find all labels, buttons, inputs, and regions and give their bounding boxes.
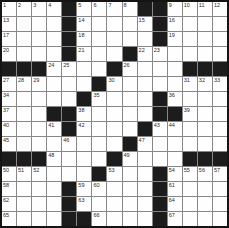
cell-r10c3[interactable]: 48	[47, 152, 61, 166]
black-cell-r0c10	[153, 2, 167, 16]
clue-number: 42	[78, 122, 84, 128]
clue-number: 50	[3, 167, 9, 173]
cell-r4c6[interactable]	[92, 62, 106, 76]
clue-number: 43	[154, 122, 160, 128]
cell-r12c13[interactable]	[198, 182, 212, 196]
black-cell-r10c13	[198, 152, 212, 166]
cell-r3c0[interactable]: 20	[2, 47, 16, 61]
cell-r9c13[interactable]	[198, 137, 212, 151]
black-cell-r10c12	[183, 152, 197, 166]
cell-r13c3[interactable]	[47, 197, 61, 211]
cell-r7c2[interactable]	[32, 107, 46, 121]
cell-r5c5[interactable]	[77, 77, 91, 91]
cell-r0c14[interactable]: 12	[213, 2, 227, 16]
clue-number: 27	[3, 77, 9, 83]
cell-r6c0[interactable]: 34	[2, 92, 16, 106]
cell-r0c6[interactable]: 6	[92, 2, 106, 16]
cell-r0c11[interactable]: 9	[168, 2, 182, 16]
clue-number: 29	[33, 77, 39, 83]
cell-r1c14[interactable]	[213, 17, 227, 31]
cell-r10c8[interactable]: 49	[123, 152, 137, 166]
clue-number: 40	[3, 122, 9, 128]
cell-r3c13[interactable]	[198, 47, 212, 61]
clue-number: 67	[169, 212, 175, 218]
cell-r0c5[interactable]: 5	[77, 2, 91, 16]
cell-r12c7[interactable]	[107, 182, 121, 196]
cell-r4c4[interactable]: 25	[62, 62, 76, 76]
cell-r9c11[interactable]	[168, 137, 182, 151]
clue-number: 56	[199, 167, 205, 173]
cell-r3c10[interactable]: 23	[153, 47, 167, 61]
clue-number: 38	[78, 107, 84, 113]
clue-number: 36	[169, 92, 175, 98]
cell-r0c13[interactable]: 11	[198, 2, 212, 16]
black-cell-r7c3	[47, 107, 61, 121]
black-cell-r13c4	[62, 197, 76, 211]
clue-number: 44	[169, 122, 175, 128]
cell-r2c0[interactable]: 17	[2, 32, 16, 46]
cell-r8c5[interactable]: 42	[77, 122, 91, 136]
cell-r3c6[interactable]	[92, 47, 106, 61]
cell-r9c4[interactable]: 46	[62, 137, 76, 151]
cell-r12c0[interactable]: 58	[2, 182, 16, 196]
cell-r14c0[interactable]: 65	[2, 212, 16, 226]
black-cell-r7c4	[62, 107, 76, 121]
cell-r7c5[interactable]: 38	[77, 107, 91, 121]
cell-r6c8[interactable]	[123, 92, 137, 106]
black-cell-r10c14	[213, 152, 227, 166]
cell-r3c1[interactable]	[17, 47, 31, 61]
cell-r14c6[interactable]: 66	[92, 212, 106, 226]
black-cell-r4c7	[107, 62, 121, 76]
cell-r8c2[interactable]	[32, 122, 46, 136]
cell-r14c9[interactable]	[138, 212, 152, 226]
cell-r6c4[interactable]	[62, 92, 76, 106]
cell-r2c1[interactable]	[17, 32, 31, 46]
clue-number: 24	[48, 62, 54, 68]
cell-r9c2[interactable]	[32, 137, 46, 151]
clue-number: 47	[139, 137, 145, 143]
cell-r13c7[interactable]	[107, 197, 121, 211]
cell-r11c14[interactable]: 57	[213, 167, 227, 181]
cell-r13c6[interactable]	[92, 197, 106, 211]
cell-r5c3[interactable]	[47, 77, 61, 91]
black-cell-r14c4	[62, 212, 76, 226]
cell-r14c14[interactable]	[213, 212, 227, 226]
clue-number: 51	[18, 167, 24, 173]
black-cell-r7c10	[153, 107, 167, 121]
cell-r0c7[interactable]: 7	[107, 2, 121, 16]
cell-r0c12[interactable]: 10	[183, 2, 197, 16]
black-cell-r2c4	[62, 32, 76, 46]
black-cell-r12c10	[153, 182, 167, 196]
clue-number: 41	[48, 122, 54, 128]
cell-r13c13[interactable]	[198, 197, 212, 211]
cell-r5c1[interactable]: 28	[17, 77, 31, 91]
black-cell-r6c5	[77, 92, 91, 106]
cell-r8c6[interactable]	[92, 122, 106, 136]
cell-r1c2[interactable]	[32, 17, 46, 31]
clue-number: 49	[124, 152, 130, 158]
cell-r2c7[interactable]	[107, 32, 121, 46]
clue-number: 46	[63, 137, 69, 143]
cell-r6c2[interactable]	[32, 92, 46, 106]
clue-number: 12	[214, 2, 220, 8]
cell-r1c1[interactable]	[17, 17, 31, 31]
clue-number: 31	[184, 77, 190, 83]
cell-r5c10[interactable]	[153, 77, 167, 91]
cell-r8c0[interactable]: 40	[2, 122, 16, 136]
cell-r0c2[interactable]: 3	[32, 2, 46, 16]
clue-number: 23	[154, 47, 160, 53]
clue-number: 28	[18, 77, 24, 83]
black-cell-r10c2	[32, 152, 46, 166]
cell-r6c6[interactable]: 35	[92, 92, 106, 106]
clue-number: 11	[199, 2, 205, 8]
black-cell-r0c9	[138, 2, 152, 16]
clue-number: 34	[3, 92, 9, 98]
cell-r8c12[interactable]	[183, 122, 197, 136]
cell-r5c13[interactable]: 32	[198, 77, 212, 91]
cell-r3c9[interactable]: 22	[138, 47, 152, 61]
cell-r2c5[interactable]: 18	[77, 32, 91, 46]
black-cell-r8c4	[62, 122, 76, 136]
clue-number: 2	[18, 2, 21, 8]
cell-r5c9[interactable]	[138, 77, 152, 91]
cell-r6c7[interactable]	[107, 92, 121, 106]
clue-number: 13	[3, 17, 9, 23]
cell-r11c5[interactable]	[77, 167, 91, 181]
cell-r8c13[interactable]	[198, 122, 212, 136]
black-cell-r4c1	[17, 62, 31, 76]
cell-r6c9[interactable]	[138, 92, 152, 106]
cell-r9c3[interactable]	[47, 137, 61, 151]
clue-number: 55	[184, 167, 190, 173]
cell-r2c9[interactable]	[138, 32, 152, 46]
clue-number: 8	[124, 2, 127, 8]
clue-number: 64	[169, 197, 175, 203]
clue-number: 60	[93, 182, 99, 188]
clue-number: 20	[3, 47, 9, 53]
cell-r1c8[interactable]	[123, 17, 137, 31]
cell-r14c3[interactable]	[47, 212, 61, 226]
cell-r13c1[interactable]	[17, 197, 31, 211]
cell-r5c2[interactable]: 29	[32, 77, 46, 91]
cell-r2c2[interactable]	[32, 32, 46, 46]
black-cell-r11c6	[92, 167, 106, 181]
cell-r5c12[interactable]: 31	[183, 77, 197, 91]
cell-r2c3[interactable]	[47, 32, 61, 46]
cell-r12c11[interactable]: 61	[168, 182, 182, 196]
cell-r13c5[interactable]: 63	[77, 197, 91, 211]
cell-r7c9[interactable]	[138, 107, 152, 121]
cell-r13c12[interactable]	[183, 197, 197, 211]
cell-r3c3[interactable]	[47, 47, 61, 61]
cell-r11c4[interactable]	[62, 167, 76, 181]
clue-number: 17	[3, 32, 9, 38]
cell-r0c1[interactable]: 2	[17, 2, 31, 16]
clue-number: 10	[184, 2, 190, 8]
clue-number: 19	[169, 32, 175, 38]
cell-r11c0[interactable]: 50	[2, 167, 16, 181]
clue-number: 57	[214, 167, 220, 173]
black-cell-r13c10	[153, 197, 167, 211]
black-cell-r3c4	[62, 47, 76, 61]
cell-r10c11[interactable]	[168, 152, 182, 166]
cell-r9c1[interactable]	[17, 137, 31, 151]
clue-number: 15	[139, 17, 145, 23]
black-cell-r10c0	[2, 152, 16, 166]
cell-r6c11[interactable]: 36	[168, 92, 182, 106]
cell-r13c2[interactable]	[32, 197, 46, 211]
clue-number: 54	[169, 167, 175, 173]
black-cell-r2c10	[153, 32, 167, 46]
cell-r8c10[interactable]: 43	[153, 122, 167, 136]
cell-r14c1[interactable]	[17, 212, 31, 226]
cell-r11c13[interactable]: 56	[198, 167, 212, 181]
clue-number: 5	[78, 2, 81, 8]
cell-r6c14[interactable]	[213, 92, 227, 106]
black-cell-r1c4	[62, 17, 76, 31]
cell-r11c12[interactable]: 55	[183, 167, 197, 181]
cell-r12c5[interactable]: 59	[77, 182, 91, 196]
clue-number: 52	[33, 167, 39, 173]
cell-r12c14[interactable]	[213, 182, 227, 196]
black-cell-r4c0	[2, 62, 16, 76]
cell-r10c4[interactable]	[62, 152, 76, 166]
clue-number: 35	[93, 92, 99, 98]
cell-r13c14[interactable]	[213, 197, 227, 211]
clue-number: 25	[63, 62, 69, 68]
cell-r2c13[interactable]	[198, 32, 212, 46]
cell-r2c8[interactable]	[123, 32, 137, 46]
cell-r1c6[interactable]	[92, 17, 106, 31]
cell-r6c13[interactable]	[198, 92, 212, 106]
cell-r9c5[interactable]	[77, 137, 91, 151]
cell-r4c5[interactable]	[77, 62, 91, 76]
clue-number: 26	[124, 62, 130, 68]
clue-number: 30	[108, 77, 114, 83]
black-cell-r11c10	[153, 167, 167, 181]
crossword-board: 1234567891011121314151617181920212223242…	[0, 0, 229, 228]
cell-r12c8[interactable]	[123, 182, 137, 196]
cell-r3c11[interactable]	[168, 47, 182, 61]
cell-r11c8[interactable]	[123, 167, 137, 181]
cell-r12c2[interactable]	[32, 182, 46, 196]
cell-r8c3[interactable]: 41	[47, 122, 61, 136]
cell-r9c0[interactable]: 45	[2, 137, 16, 151]
cell-r4c3[interactable]: 24	[47, 62, 61, 76]
cell-r11c3[interactable]	[47, 167, 61, 181]
cell-r12c6[interactable]: 60	[92, 182, 106, 196]
cell-r10c10[interactable]	[153, 152, 167, 166]
cell-r1c11[interactable]: 16	[168, 17, 182, 31]
clue-number: 63	[78, 197, 84, 203]
cell-r6c12[interactable]	[183, 92, 197, 106]
cell-r14c8[interactable]	[123, 212, 137, 226]
cell-r12c3[interactable]	[47, 182, 61, 196]
clue-number: 48	[48, 152, 54, 158]
cell-r11c9[interactable]	[138, 167, 152, 181]
clue-number: 3	[33, 2, 36, 8]
cell-r9c9[interactable]: 47	[138, 137, 152, 151]
cell-r5c14[interactable]: 33	[213, 77, 227, 91]
cell-r1c7[interactable]	[107, 17, 121, 31]
cell-r13c9[interactable]	[138, 197, 152, 211]
black-cell-r7c11	[168, 107, 182, 121]
cell-r6c3[interactable]	[47, 92, 61, 106]
cell-r3c2[interactable]	[32, 47, 46, 61]
cell-r8c14[interactable]	[213, 122, 227, 136]
cell-r12c9[interactable]	[138, 182, 152, 196]
cell-r4c9[interactable]	[138, 62, 152, 76]
cell-r0c8[interactable]: 8	[123, 2, 137, 16]
black-cell-r1c10	[153, 17, 167, 31]
cell-r14c12[interactable]	[183, 212, 197, 226]
clue-number: 32	[199, 77, 205, 83]
clue-number: 58	[3, 182, 9, 188]
clue-number: 65	[3, 212, 9, 218]
cell-r1c13[interactable]	[198, 17, 212, 31]
cell-r0c3[interactable]: 4	[47, 2, 61, 16]
clue-number: 9	[169, 2, 172, 8]
cell-r2c6[interactable]	[92, 32, 106, 46]
clue-number: 39	[184, 107, 190, 113]
cell-r1c3[interactable]	[47, 17, 61, 31]
cell-r13c0[interactable]: 62	[2, 197, 16, 211]
cell-r2c14[interactable]	[213, 32, 227, 46]
cell-r13c8[interactable]	[123, 197, 137, 211]
cell-r9c14[interactable]	[213, 137, 227, 151]
clue-number: 21	[78, 47, 84, 53]
clue-number: 53	[108, 167, 114, 173]
black-cell-r14c5	[77, 212, 91, 226]
cell-r4c10[interactable]	[153, 62, 167, 76]
cell-r14c7[interactable]	[107, 212, 121, 226]
cell-r10c5[interactable]	[77, 152, 91, 166]
cell-r5c11[interactable]	[168, 77, 182, 91]
cell-r10c6[interactable]	[92, 152, 106, 166]
cell-r5c8[interactable]	[123, 77, 137, 91]
clue-number: 18	[78, 32, 84, 38]
cell-r9c7[interactable]	[107, 137, 121, 151]
cell-r14c11[interactable]: 67	[168, 212, 182, 226]
cell-r4c11[interactable]	[168, 62, 182, 76]
cell-r9c10[interactable]	[153, 137, 167, 151]
cell-r7c13[interactable]	[198, 107, 212, 121]
cell-r5c4[interactable]	[62, 77, 76, 91]
cell-r8c7[interactable]	[107, 122, 121, 136]
cell-r4c8[interactable]: 26	[123, 62, 137, 76]
clue-number: 59	[78, 182, 84, 188]
black-cell-r14c10	[153, 212, 167, 226]
black-cell-r5c6	[92, 77, 106, 91]
clue-number: 33	[214, 77, 220, 83]
black-cell-r12c4	[62, 182, 76, 196]
cell-r7c6[interactable]	[92, 107, 106, 121]
black-cell-r6c10	[153, 92, 167, 106]
black-cell-r0c4	[62, 2, 76, 16]
cell-r11c11[interactable]: 54	[168, 167, 182, 181]
cell-r11c7[interactable]: 53	[107, 167, 121, 181]
clue-number: 14	[78, 17, 84, 23]
black-cell-r10c1	[17, 152, 31, 166]
cell-r8c1[interactable]	[17, 122, 31, 136]
cell-r10c9[interactable]	[138, 152, 152, 166]
cell-r1c9[interactable]: 15	[138, 17, 152, 31]
cell-r7c7[interactable]	[107, 107, 121, 121]
cell-r7c1[interactable]	[17, 107, 31, 121]
clue-number: 37	[3, 107, 9, 113]
black-cell-r4c13	[198, 62, 212, 76]
cell-r3c14[interactable]	[213, 47, 227, 61]
cell-r0c0[interactable]: 1	[2, 2, 16, 16]
cell-r1c5[interactable]: 14	[77, 17, 91, 31]
cell-r7c12[interactable]: 39	[183, 107, 197, 121]
cell-r7c8[interactable]	[123, 107, 137, 121]
clue-number: 22	[139, 47, 145, 53]
clue-number: 7	[108, 2, 111, 8]
clue-number: 1	[3, 2, 6, 8]
clue-number: 6	[93, 2, 96, 8]
cell-r12c12[interactable]	[183, 182, 197, 196]
clue-number: 4	[48, 2, 51, 8]
cell-r8c11[interactable]: 44	[168, 122, 182, 136]
cell-r14c13[interactable]	[198, 212, 212, 226]
clue-number: 61	[169, 182, 175, 188]
cell-r7c0[interactable]: 37	[2, 107, 16, 121]
cell-r9c6[interactable]	[92, 137, 106, 151]
cell-r5c0[interactable]: 27	[2, 77, 16, 91]
clue-number: 45	[3, 137, 9, 143]
cell-r12c1[interactable]	[17, 182, 31, 196]
cell-r2c11[interactable]: 19	[168, 32, 182, 46]
cell-r3c5[interactable]: 21	[77, 47, 91, 61]
cell-r11c1[interactable]: 51	[17, 167, 31, 181]
cell-r3c7[interactable]	[107, 47, 121, 61]
black-cell-r3c8	[123, 47, 137, 61]
black-cell-r10c7	[107, 152, 121, 166]
cell-r8c8[interactable]	[123, 122, 137, 136]
black-cell-r4c2	[32, 62, 46, 76]
cell-r1c12[interactable]	[183, 17, 197, 31]
black-cell-r4c12	[183, 62, 197, 76]
cell-r14c2[interactable]	[32, 212, 46, 226]
cell-r7c14[interactable]	[213, 107, 227, 121]
cell-r3c12[interactable]	[183, 47, 197, 61]
cell-r5c7[interactable]: 30	[107, 77, 121, 91]
cell-r11c2[interactable]: 52	[32, 167, 46, 181]
cell-r9c12[interactable]	[183, 137, 197, 151]
black-cell-r4c14	[213, 62, 227, 76]
black-cell-r8c9	[138, 122, 152, 136]
cell-r1c0[interactable]: 13	[2, 17, 16, 31]
cell-r2c12[interactable]	[183, 32, 197, 46]
clue-number: 62	[3, 197, 9, 203]
cell-r6c1[interactable]	[17, 92, 31, 106]
black-cell-r9c8	[123, 137, 137, 151]
clue-number: 66	[93, 212, 99, 218]
cell-r13c11[interactable]: 64	[168, 197, 182, 211]
clue-number: 16	[169, 17, 175, 23]
